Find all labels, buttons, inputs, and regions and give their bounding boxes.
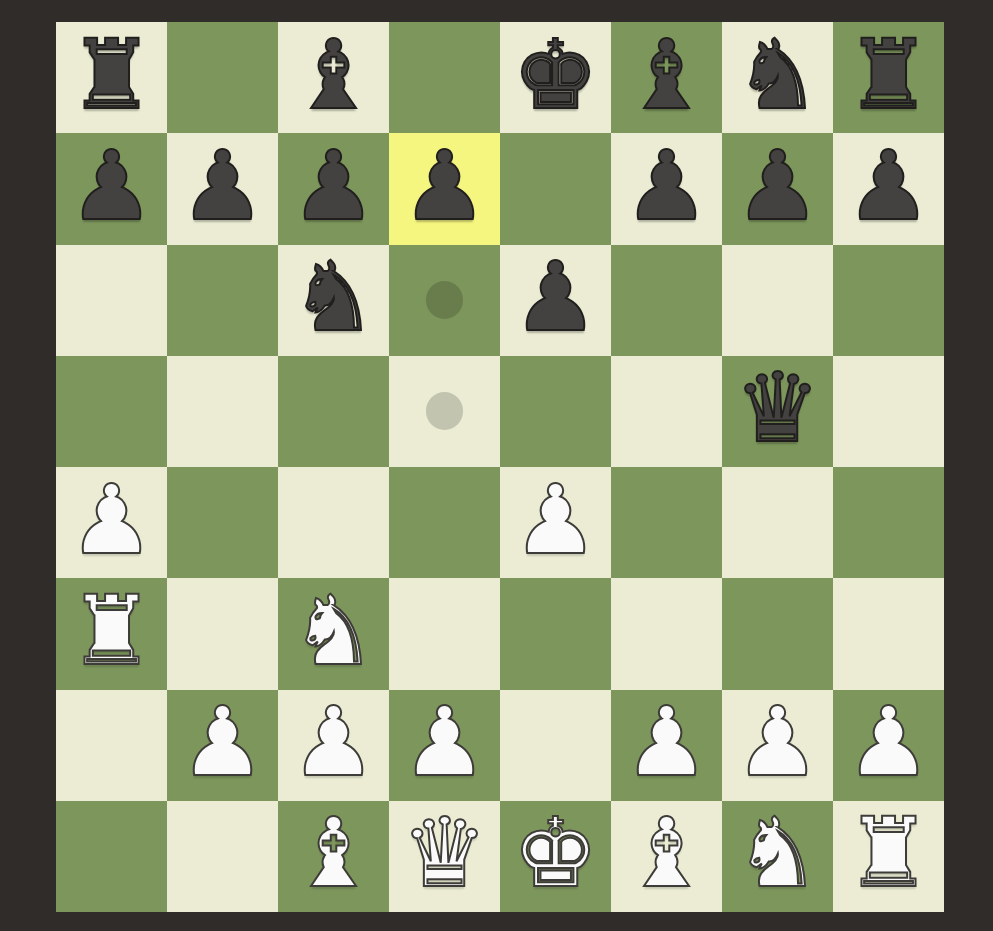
square-a7[interactable]: ♟ (56, 133, 167, 244)
square-e1[interactable]: ♚ (500, 801, 611, 912)
piece-white-pawn[interactable]: ♟ (290, 694, 376, 790)
square-b8[interactable] (167, 22, 278, 133)
square-c5[interactable] (278, 356, 389, 467)
piece-black-pawn[interactable]: ♟ (290, 138, 376, 234)
square-c8[interactable]: ♝ (278, 22, 389, 133)
square-c3[interactable]: ♞ (278, 578, 389, 689)
square-b3[interactable] (167, 578, 278, 689)
piece-black-pawn[interactable]: ♟ (179, 138, 265, 234)
square-f2[interactable]: ♟ (611, 690, 722, 801)
square-b6[interactable] (167, 245, 278, 356)
piece-white-knight[interactable]: ♞ (290, 583, 376, 679)
square-d7[interactable]: ♟ (389, 133, 500, 244)
piece-black-rook[interactable]: ♜ (845, 27, 931, 123)
square-f8[interactable]: ♝ (611, 22, 722, 133)
square-e7[interactable] (500, 133, 611, 244)
square-c2[interactable]: ♟ (278, 690, 389, 801)
square-g5[interactable]: ♛ (722, 356, 833, 467)
piece-white-pawn[interactable]: ♟ (734, 694, 820, 790)
square-d2[interactable]: ♟ (389, 690, 500, 801)
piece-white-bishop[interactable]: ♝ (623, 805, 709, 901)
square-h7[interactable]: ♟ (833, 133, 944, 244)
piece-black-pawn[interactable]: ♟ (401, 138, 487, 234)
piece-white-pawn[interactable]: ♟ (68, 472, 154, 568)
square-a2[interactable] (56, 690, 167, 801)
square-e4[interactable]: ♟ (500, 467, 611, 578)
piece-white-pawn[interactable]: ♟ (401, 694, 487, 790)
square-a6[interactable] (56, 245, 167, 356)
piece-black-bishop[interactable]: ♝ (623, 27, 709, 123)
piece-white-rook[interactable]: ♜ (845, 805, 931, 901)
square-h2[interactable]: ♟ (833, 690, 944, 801)
piece-black-pawn[interactable]: ♟ (845, 138, 931, 234)
square-a5[interactable] (56, 356, 167, 467)
square-e6[interactable]: ♟ (500, 245, 611, 356)
square-a8[interactable]: ♜ (56, 22, 167, 133)
square-d1[interactable]: ♛ (389, 801, 500, 912)
piece-white-rook[interactable]: ♜ (68, 583, 154, 679)
piece-white-pawn[interactable]: ♟ (623, 694, 709, 790)
square-g1[interactable]: ♞ (722, 801, 833, 912)
piece-black-king[interactable]: ♚ (512, 27, 598, 123)
square-c1[interactable]: ♝ (278, 801, 389, 912)
square-f4[interactable] (611, 467, 722, 578)
square-h8[interactable]: ♜ (833, 22, 944, 133)
piece-black-bishop[interactable]: ♝ (290, 27, 376, 123)
square-f1[interactable]: ♝ (611, 801, 722, 912)
legal-move-hint-d5[interactable] (426, 392, 464, 430)
piece-white-king[interactable]: ♚ (512, 805, 598, 901)
square-g4[interactable] (722, 467, 833, 578)
square-a4[interactable]: ♟ (56, 467, 167, 578)
piece-white-bishop[interactable]: ♝ (290, 805, 376, 901)
piece-black-rook[interactable]: ♜ (68, 27, 154, 123)
square-b4[interactable] (167, 467, 278, 578)
square-b7[interactable]: ♟ (167, 133, 278, 244)
square-c6[interactable]: ♞ (278, 245, 389, 356)
square-a3[interactable]: ♜ (56, 578, 167, 689)
square-g8[interactable]: ♞ (722, 22, 833, 133)
square-e3[interactable] (500, 578, 611, 689)
square-h5[interactable] (833, 356, 944, 467)
piece-black-pawn[interactable]: ♟ (512, 249, 598, 345)
square-b5[interactable] (167, 356, 278, 467)
piece-black-knight[interactable]: ♞ (734, 27, 820, 123)
square-h3[interactable] (833, 578, 944, 689)
square-e2[interactable] (500, 690, 611, 801)
piece-black-knight[interactable]: ♞ (290, 249, 376, 345)
square-f5[interactable] (611, 356, 722, 467)
piece-black-pawn[interactable]: ♟ (68, 138, 154, 234)
square-d5[interactable] (389, 356, 500, 467)
square-d3[interactable] (389, 578, 500, 689)
square-h4[interactable] (833, 467, 944, 578)
square-f7[interactable]: ♟ (611, 133, 722, 244)
legal-move-hint-d6[interactable] (426, 281, 464, 319)
square-e8[interactable]: ♚ (500, 22, 611, 133)
square-c4[interactable] (278, 467, 389, 578)
piece-black-pawn[interactable]: ♟ (734, 138, 820, 234)
app-background: { "game": "chess", "board_style": "green… (0, 0, 993, 931)
piece-black-queen[interactable]: ♛ (734, 360, 820, 456)
piece-white-pawn[interactable]: ♟ (845, 694, 931, 790)
piece-white-knight[interactable]: ♞ (734, 805, 820, 901)
piece-white-pawn[interactable]: ♟ (179, 694, 265, 790)
square-g7[interactable]: ♟ (722, 133, 833, 244)
square-h6[interactable] (833, 245, 944, 356)
chess-board: ♜♝♚♝♞♜♟♟♟♟♟♟♟♞♟♛♟♟♜♞♟♟♟♟♟♟♝♛♚♝♞♜ (56, 22, 944, 912)
square-d6[interactable] (389, 245, 500, 356)
square-e5[interactable] (500, 356, 611, 467)
square-f3[interactable] (611, 578, 722, 689)
square-b2[interactable]: ♟ (167, 690, 278, 801)
square-b1[interactable] (167, 801, 278, 912)
square-g2[interactable]: ♟ (722, 690, 833, 801)
piece-white-queen[interactable]: ♛ (401, 805, 487, 901)
piece-white-pawn[interactable]: ♟ (512, 472, 598, 568)
square-d8[interactable] (389, 22, 500, 133)
square-g3[interactable] (722, 578, 833, 689)
square-a1[interactable] (56, 801, 167, 912)
square-d4[interactable] (389, 467, 500, 578)
square-h1[interactable]: ♜ (833, 801, 944, 912)
square-g6[interactable] (722, 245, 833, 356)
piece-black-pawn[interactable]: ♟ (623, 138, 709, 234)
square-c7[interactable]: ♟ (278, 133, 389, 244)
square-f6[interactable] (611, 245, 722, 356)
